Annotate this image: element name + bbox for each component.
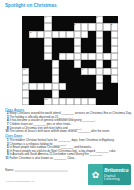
grid-cell-black: [88, 46, 95, 53]
grid-cell[interactable]: [66, 31, 73, 38]
grid-cell[interactable]: [96, 75, 103, 82]
grid-cell-black: [52, 38, 59, 45]
grid-cell[interactable]: [81, 31, 88, 38]
grid-cell[interactable]: [103, 23, 110, 30]
grid-cell[interactable]: [96, 38, 103, 45]
grid-cell[interactable]: [103, 68, 110, 75]
grid-cell-black: [88, 83, 95, 90]
grid-cell-black: [88, 60, 95, 67]
grid-cell-black: [44, 68, 51, 75]
grid-cell-black: [66, 83, 73, 90]
grid-cell-black: [81, 38, 88, 45]
grid-cell[interactable]: [66, 53, 73, 60]
grid-cell[interactable]: 3: [29, 31, 36, 38]
grid-cell-black: [59, 23, 66, 30]
grid-cell[interactable]: [111, 60, 118, 67]
grid-cell-black: [37, 68, 44, 75]
grid-cell[interactable]: 3: [96, 16, 103, 23]
cell-number: 11: [23, 68, 25, 70]
clue-text: The stories of Jesus's birth were writte…: [10, 130, 134, 134]
grid-cell[interactable]: [37, 31, 44, 38]
grid-cell-black: [22, 53, 29, 60]
grid-cell-black: [103, 83, 110, 90]
cell-number: 3: [96, 16, 97, 18]
grid-cell[interactable]: [52, 90, 59, 97]
grid-cell-black: [66, 68, 73, 75]
grid-cell[interactable]: [52, 98, 59, 105]
grid-cell-black: [66, 75, 73, 82]
grid-cell[interactable]: 4: [59, 53, 66, 60]
grid-cell-black: [59, 38, 66, 45]
grid-cell[interactable]: [52, 68, 59, 75]
crossword-grid: 1325349117810: [22, 16, 118, 105]
grid-cell-black: [81, 75, 88, 82]
cell-number: 5: [111, 23, 112, 25]
clue-across-10: 10The stories of Jesus's birth were writ…: [5, 130, 133, 134]
grid-cell-black: [22, 46, 29, 53]
grid-cell-black: [59, 16, 66, 23]
grid-cell[interactable]: [37, 83, 44, 90]
grid-cell-black: [66, 16, 73, 23]
grid-cell-black: [88, 31, 95, 38]
grid-cell[interactable]: 8: [22, 83, 29, 90]
britannica-logo: ✿ Britannica Digital Learning: [88, 164, 131, 185]
grid-cell[interactable]: [88, 53, 95, 60]
grid-cell-black: [96, 90, 103, 97]
grid-cell-black: [37, 60, 44, 67]
grid-cell[interactable]: [59, 83, 66, 90]
grid-cell[interactable]: 1: [44, 16, 51, 23]
grid-cell-black: [66, 23, 73, 30]
grid-cell-black: [29, 46, 36, 53]
grid-cell-black: [59, 75, 66, 82]
grid-cell-black: [22, 31, 29, 38]
grid-cell[interactable]: [111, 53, 118, 60]
grid-cell[interactable]: [44, 38, 51, 45]
grid-cell[interactable]: 5: [111, 23, 118, 30]
grid-cell-black: [29, 53, 36, 60]
grid-cell[interactable]: [111, 31, 118, 38]
name-input-line[interactable]: [15, 168, 68, 171]
grid-cell-black: [37, 53, 44, 60]
grid-cell-black: [22, 23, 29, 30]
clue-text: Father Christmas is also known as ______…: [10, 156, 134, 160]
cell-number: 1: [45, 16, 46, 18]
grid-cell[interactable]: 9: [52, 60, 59, 67]
grid-cell-black: [44, 90, 51, 97]
grid-cell[interactable]: [111, 46, 118, 53]
clues-across-list: 2Many Christians around the world attend…: [5, 112, 133, 133]
name-label: Name: [5, 168, 14, 172]
grid-cell-black: [66, 60, 73, 67]
grid-cell-black: [52, 46, 59, 53]
grid-cell-black: [88, 90, 95, 97]
grid-cell-black: [74, 75, 81, 82]
grid-cell-black: [81, 16, 88, 23]
cell-number: 8: [23, 83, 24, 85]
grid-cell-black: [103, 16, 110, 23]
grid-cell[interactable]: 11: [22, 68, 29, 75]
grid-cell-black: [44, 60, 51, 67]
grid-cell[interactable]: 2: [74, 23, 81, 30]
grid-cell-black: [52, 16, 59, 23]
grid-cell[interactable]: [96, 31, 103, 38]
grid-cell-black: [103, 60, 110, 67]
grid-cell-black: [37, 75, 44, 82]
grid-cell[interactable]: [74, 38, 81, 45]
grid-cell-black: [59, 68, 66, 75]
name-row: Name: [5, 168, 87, 172]
grid-cell-black: [29, 16, 36, 23]
grid-cell-black: [66, 46, 73, 53]
grid-cell-black: [29, 98, 36, 105]
grid-cell[interactable]: [111, 75, 118, 82]
grid-cell-black: [29, 75, 36, 82]
grid-cell-black: [103, 46, 110, 53]
grid-cell-black: [29, 90, 36, 97]
grid-cell-black: [74, 68, 81, 75]
cell-number: 7: [82, 68, 83, 70]
grid-cell[interactable]: [74, 46, 81, 53]
grid-cell-black: [37, 38, 44, 45]
grid-cell[interactable]: [22, 98, 29, 105]
grid-cell[interactable]: [74, 60, 81, 67]
grid-cell-black: [96, 98, 103, 105]
grid-cell-black: [111, 98, 118, 105]
grid-cell-black: [103, 31, 110, 38]
grid-cell-black: [37, 46, 44, 53]
cell-number: 4: [59, 53, 60, 55]
grid-cell[interactable]: [74, 53, 81, 60]
grid-cell[interactable]: [44, 53, 51, 60]
grid-cell[interactable]: [103, 53, 110, 60]
cell-number: 10: [45, 98, 48, 100]
grid-cell-black: [74, 90, 81, 97]
grid-cell-black: [22, 38, 29, 45]
grid-cell[interactable]: [88, 98, 95, 105]
grid-cell[interactable]: [52, 75, 59, 82]
page-title: Spotlight on Christmas: [5, 3, 106, 8]
grid-cell[interactable]: [81, 98, 88, 105]
clue-number: 10: [5, 130, 9, 134]
grid-cell-black: [88, 75, 95, 82]
grid-cell-black: [59, 60, 66, 67]
grid-cell[interactable]: [22, 90, 29, 97]
grid-cell-black: [29, 60, 36, 67]
grid-cell[interactable]: [88, 68, 95, 75]
grid-cell[interactable]: [81, 53, 88, 60]
grid-cell-black: [59, 90, 66, 97]
grid-cell[interactable]: [96, 83, 103, 90]
grid-cell[interactable]: [29, 83, 36, 90]
grid-cell[interactable]: [59, 98, 66, 105]
logo-text: Britannica Digital Learning: [103, 169, 128, 180]
grid-cell-black: [88, 38, 95, 45]
grid-cell[interactable]: [66, 98, 73, 105]
grid-cell-black: [29, 38, 36, 45]
grid-cell[interactable]: [44, 31, 51, 38]
grid-cell-black: [74, 83, 81, 90]
clues-panel: Clues Across 2Many Christians around the…: [5, 108, 133, 161]
grid-cell[interactable]: [96, 60, 103, 67]
grid-cell-black: [103, 90, 110, 97]
grid-cell-black: [44, 75, 51, 82]
grid-cell-black: [22, 16, 29, 23]
grid-cell[interactable]: [96, 68, 103, 75]
grid-cell-black: [52, 23, 59, 30]
grid-cell[interactable]: [52, 83, 59, 90]
copyright-fine-print: © Encyclopædia Britannica, Inc.: [5, 180, 86, 182]
grid-cell-black: [111, 83, 118, 90]
grid-cell-black: [103, 38, 110, 45]
grid-cell-black: [81, 46, 88, 53]
cell-number: 3: [30, 31, 31, 33]
grid-cell-black: [29, 68, 36, 75]
grid-cell-black: [37, 23, 44, 30]
grid-cell[interactable]: [111, 38, 118, 45]
grid-cell[interactable]: [44, 46, 51, 53]
cell-number: 2: [74, 23, 75, 25]
worksheet-page: Spotlight on Christmas 1325349117810 Clu…: [0, 0, 134, 190]
grid-cell-black: [81, 83, 88, 90]
grid-cell[interactable]: [96, 23, 103, 30]
grid-cell-black: [66, 90, 73, 97]
grid-cell[interactable]: [74, 98, 81, 105]
grid-cell-black: [111, 90, 118, 97]
grid-cell-black: [103, 75, 110, 82]
grid-cell-black: [66, 38, 73, 45]
grid-cell-black: [81, 90, 88, 97]
grid-cell[interactable]: [74, 31, 81, 38]
cell-number: 9: [52, 60, 53, 62]
grid-cell[interactable]: [59, 31, 66, 38]
grid-cell-black: [88, 16, 95, 23]
grid-cell[interactable]: [96, 53, 103, 60]
clues-down-list: 1The modern Christian festival lasts for…: [5, 138, 133, 159]
grid-cell[interactable]: [81, 23, 88, 30]
grid-cell[interactable]: 7: [81, 68, 88, 75]
grid-cell[interactable]: [88, 23, 95, 30]
grid-cell[interactable]: 10: [44, 98, 51, 105]
thistle-flower-icon: ✿: [88, 164, 103, 185]
grid-cell[interactable]: [52, 31, 59, 38]
grid-cell-black: [37, 90, 44, 97]
grid-cell-black: [37, 98, 44, 105]
grid-cell[interactable]: [96, 46, 103, 53]
clue-down-11: 11Father Christmas is also known as ____…: [5, 156, 133, 160]
clue-number: 11: [5, 156, 9, 160]
grid-cell[interactable]: [44, 23, 51, 30]
grid-cell-black: [103, 98, 110, 105]
grid-cell[interactable]: [111, 68, 118, 75]
grid-cell[interactable]: [44, 83, 51, 90]
grid-cell-black: [37, 16, 44, 23]
logo-subtitle: Digital Learning: [104, 174, 128, 181]
